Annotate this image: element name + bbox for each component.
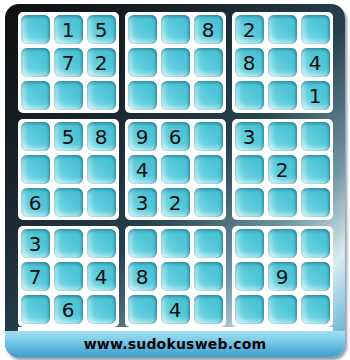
sudoku-box-1: 1572 — [18, 12, 119, 113]
cell-r7c1: 3 — [21, 229, 50, 258]
cell-r1c4[interactable] — [128, 15, 157, 44]
cell-r1c9[interactable] — [301, 15, 330, 44]
sudoku-box-6: 32 — [232, 119, 333, 220]
cell-r8c7[interactable] — [235, 262, 264, 291]
cell-r5c5[interactable] — [161, 155, 190, 184]
cell-r4c2: 5 — [54, 122, 83, 151]
cell-r4c1[interactable] — [21, 122, 50, 151]
cell-r6c3[interactable] — [87, 188, 116, 217]
cell-r4c8[interactable] — [268, 122, 297, 151]
cell-r3c7[interactable] — [235, 81, 264, 110]
cell-r9c2: 6 — [54, 295, 83, 324]
cell-r8c2[interactable] — [54, 262, 83, 291]
cell-r7c2[interactable] — [54, 229, 83, 258]
cell-r8c6[interactable] — [194, 262, 223, 291]
cell-r8c8: 9 — [268, 262, 297, 291]
cell-r1c5[interactable] — [161, 15, 190, 44]
cell-r5c7[interactable] — [235, 155, 264, 184]
sudoku-box-8: 84 — [125, 226, 226, 327]
cell-r5c1[interactable] — [21, 155, 50, 184]
sudoku-box-5: 96432 — [125, 119, 226, 220]
cell-r8c3: 4 — [87, 262, 116, 291]
sudokusweb-link[interactable]: www.sudokusweb.com — [84, 336, 267, 352]
cell-r6c2[interactable] — [54, 188, 83, 217]
sudoku-box-2: 8 — [125, 12, 226, 113]
cell-r9c6[interactable] — [194, 295, 223, 324]
cell-r5c4: 4 — [128, 155, 157, 184]
cell-r7c8[interactable] — [268, 229, 297, 258]
cell-r4c7: 3 — [235, 122, 264, 151]
cell-r9c3[interactable] — [87, 295, 116, 324]
cell-r7c3[interactable] — [87, 229, 116, 258]
cell-r7c9[interactable] — [301, 229, 330, 258]
cell-r6c5: 2 — [161, 188, 190, 217]
sudoku-board: 15728284158696432323746849 — [18, 12, 333, 327]
cell-r6c4: 3 — [128, 188, 157, 217]
cell-r3c9: 1 — [301, 81, 330, 110]
cell-r4c9[interactable] — [301, 122, 330, 151]
cell-r1c7: 2 — [235, 15, 264, 44]
cell-r3c1[interactable] — [21, 81, 50, 110]
cell-r1c6: 8 — [194, 15, 223, 44]
cell-r5c9[interactable] — [301, 155, 330, 184]
sudoku-box-3: 2841 — [232, 12, 333, 113]
cell-r4c3: 8 — [87, 122, 116, 151]
cell-r6c1: 6 — [21, 188, 50, 217]
cell-r4c5: 6 — [161, 122, 190, 151]
cell-r6c8[interactable] — [268, 188, 297, 217]
cell-r2c9: 4 — [301, 48, 330, 77]
cell-r2c2: 7 — [54, 48, 83, 77]
cell-r3c3[interactable] — [87, 81, 116, 110]
cell-r6c6[interactable] — [194, 188, 223, 217]
cell-r7c4[interactable] — [128, 229, 157, 258]
sudoku-box-4: 586 — [18, 119, 119, 220]
cell-r1c1[interactable] — [21, 15, 50, 44]
cell-r2c7: 8 — [235, 48, 264, 77]
cell-r1c3: 5 — [87, 15, 116, 44]
cell-r9c5: 4 — [161, 295, 190, 324]
cell-r4c6[interactable] — [194, 122, 223, 151]
cell-r2c8[interactable] — [268, 48, 297, 77]
cell-r4c4: 9 — [128, 122, 157, 151]
cell-r3c4[interactable] — [128, 81, 157, 110]
cell-r3c8[interactable] — [268, 81, 297, 110]
cell-r3c5[interactable] — [161, 81, 190, 110]
cell-r9c7[interactable] — [235, 295, 264, 324]
sudoku-box-9: 9 — [232, 226, 333, 327]
cell-r6c9[interactable] — [301, 188, 330, 217]
cell-r8c5[interactable] — [161, 262, 190, 291]
cell-r2c3: 2 — [87, 48, 116, 77]
cell-r7c6[interactable] — [194, 229, 223, 258]
cell-r9c8[interactable] — [268, 295, 297, 324]
cell-r3c2[interactable] — [54, 81, 83, 110]
cell-r1c8[interactable] — [268, 15, 297, 44]
cell-r6c7[interactable] — [235, 188, 264, 217]
cell-r2c5[interactable] — [161, 48, 190, 77]
board-frame: 15728284158696432323746849 www.sudokuswe… — [5, 4, 345, 357]
cell-r7c7[interactable] — [235, 229, 264, 258]
sudoku-screen: 15728284158696432323746849 www.sudokuswe… — [0, 0, 350, 360]
cell-r2c6[interactable] — [194, 48, 223, 77]
cell-r1c2: 1 — [54, 15, 83, 44]
cell-r7c5[interactable] — [161, 229, 190, 258]
cell-r8c4: 8 — [128, 262, 157, 291]
cell-r2c4[interactable] — [128, 48, 157, 77]
sudoku-box-7: 3746 — [18, 226, 119, 327]
cell-r5c2[interactable] — [54, 155, 83, 184]
cell-r8c1: 7 — [21, 262, 50, 291]
cell-r9c4[interactable] — [128, 295, 157, 324]
cell-r5c8: 2 — [268, 155, 297, 184]
cell-r9c9[interactable] — [301, 295, 330, 324]
cell-r3c6[interactable] — [194, 81, 223, 110]
cell-r9c1[interactable] — [21, 295, 50, 324]
cell-r5c6[interactable] — [194, 155, 223, 184]
footer-banner: www.sudokusweb.com — [5, 331, 345, 357]
cell-r5c3[interactable] — [87, 155, 116, 184]
cell-r8c9[interactable] — [301, 262, 330, 291]
cell-r2c1[interactable] — [21, 48, 50, 77]
